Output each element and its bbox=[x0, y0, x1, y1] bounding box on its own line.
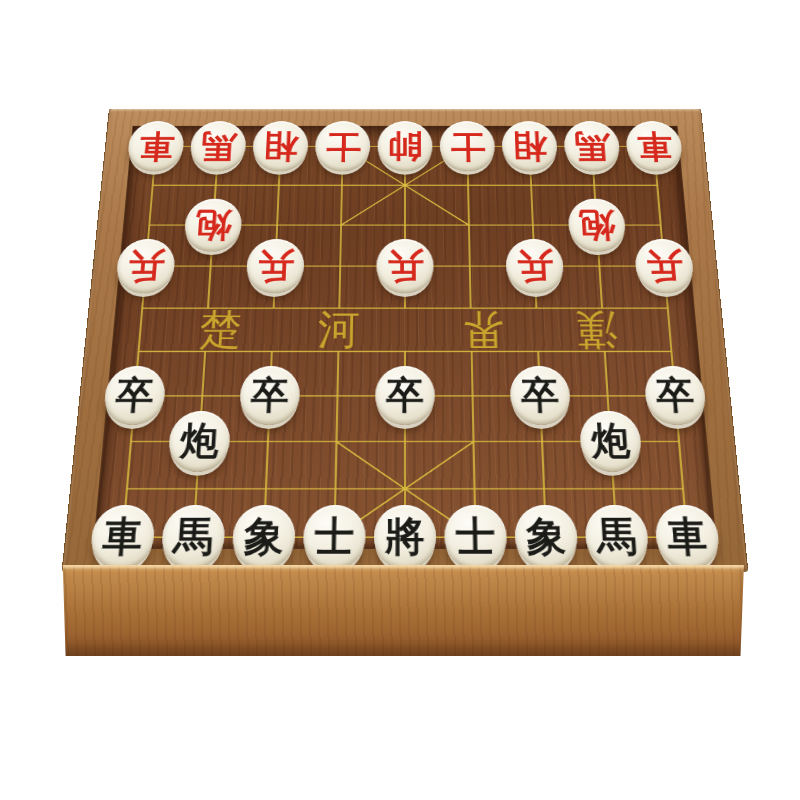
piece-red-soldier[interactable]: 兵 bbox=[634, 239, 696, 293]
piece-red-cannon[interactable]: 炮 bbox=[567, 199, 627, 252]
piece-character: 將 bbox=[385, 516, 425, 557]
piece-character: 卒 bbox=[386, 377, 424, 415]
piece-character: 相 bbox=[262, 130, 298, 162]
piece-character: 兵 bbox=[516, 248, 554, 283]
piece-red-soldier[interactable]: 兵 bbox=[246, 239, 305, 293]
piece-red-advisor[interactable]: 士 bbox=[315, 121, 371, 171]
piece-black-advisor[interactable]: 士 bbox=[302, 505, 365, 569]
piece-character: 象 bbox=[243, 516, 284, 557]
piece-red-chariot[interactable]: 車 bbox=[126, 121, 185, 171]
piece-red-horse[interactable]: 馬 bbox=[563, 121, 621, 171]
piece-red-soldier[interactable]: 兵 bbox=[505, 239, 564, 293]
piece-character: 士 bbox=[325, 130, 361, 162]
piece-red-chariot[interactable]: 車 bbox=[625, 121, 684, 171]
piece-black-advisor[interactable]: 士 bbox=[444, 505, 507, 569]
piece-character: 卒 bbox=[655, 377, 696, 415]
piece-character: 兵 bbox=[126, 248, 165, 283]
piece-character: 卒 bbox=[114, 377, 155, 415]
piece-black-cannon[interactable]: 炮 bbox=[579, 411, 643, 472]
piece-character: 兵 bbox=[256, 248, 294, 283]
piece-red-soldier[interactable]: 兵 bbox=[115, 239, 177, 293]
piece-red-cannon[interactable]: 炮 bbox=[183, 199, 243, 252]
piece-black-elephant[interactable]: 象 bbox=[514, 505, 579, 569]
piece-character: 相 bbox=[511, 130, 547, 162]
piece-red-elephant[interactable]: 相 bbox=[252, 121, 309, 171]
piece-black-elephant[interactable]: 象 bbox=[231, 505, 296, 569]
piece-character: 馬 bbox=[596, 516, 638, 557]
piece-character: 車 bbox=[666, 516, 709, 557]
piece-black-soldier[interactable]: 卒 bbox=[375, 366, 435, 425]
piece-black-horse[interactable]: 馬 bbox=[160, 505, 226, 569]
tray-front-face bbox=[58, 565, 746, 656]
piece-black-soldier[interactable]: 卒 bbox=[643, 366, 707, 425]
piece-character: 士 bbox=[455, 516, 495, 557]
piece-character: 馬 bbox=[172, 516, 214, 557]
piece-character: 車 bbox=[137, 130, 175, 162]
piece-black-general[interactable]: 將 bbox=[374, 505, 437, 569]
piece-black-soldier[interactable]: 卒 bbox=[509, 366, 571, 425]
piece-character: 士 bbox=[450, 130, 486, 162]
piece-character: 炮 bbox=[578, 208, 616, 242]
piece-character: 帥 bbox=[387, 130, 422, 162]
piece-character: 炮 bbox=[194, 208, 232, 242]
piece-character: 兵 bbox=[645, 248, 684, 283]
piece-red-elephant[interactable]: 相 bbox=[501, 121, 558, 171]
piece-character: 炮 bbox=[590, 422, 631, 461]
wooden-tray: 楚河 漢界 車馬相士帥士相馬車炮炮兵兵兵兵兵卒卒卒卒卒炮炮車馬象士將士象馬車 bbox=[62, 109, 749, 572]
piece-character: 士 bbox=[314, 516, 354, 557]
piece-black-horse[interactable]: 馬 bbox=[584, 505, 650, 569]
xiangqi-board-photo: 楚河 漢界 車馬相士帥士相馬車炮炮兵兵兵兵兵卒卒卒卒卒炮炮車馬象士將士象馬車 bbox=[0, 0, 800, 800]
pieces-grid: 車馬相士帥士相馬車炮炮兵兵兵兵兵卒卒卒卒卒炮炮車馬象士將士象馬車 bbox=[85, 127, 725, 562]
piece-character: 炮 bbox=[179, 422, 220, 461]
piece-red-soldier[interactable]: 兵 bbox=[376, 239, 433, 293]
piece-character: 卒 bbox=[250, 377, 289, 415]
piece-red-general[interactable]: 帥 bbox=[377, 121, 432, 171]
piece-black-chariot[interactable]: 車 bbox=[89, 505, 156, 569]
piece-black-soldier[interactable]: 卒 bbox=[239, 366, 301, 425]
piece-character: 馬 bbox=[573, 130, 610, 162]
piece-red-horse[interactable]: 馬 bbox=[189, 121, 247, 171]
piece-character: 卒 bbox=[520, 377, 559, 415]
piece-character: 象 bbox=[526, 516, 567, 557]
piece-character: 兵 bbox=[387, 248, 424, 283]
piece-character: 車 bbox=[101, 516, 144, 557]
piece-black-cannon[interactable]: 炮 bbox=[167, 411, 231, 472]
piece-black-chariot[interactable]: 車 bbox=[654, 505, 721, 569]
piece-black-soldier[interactable]: 卒 bbox=[102, 366, 166, 425]
piece-character: 馬 bbox=[200, 130, 237, 162]
piece-red-advisor[interactable]: 士 bbox=[440, 121, 496, 171]
piece-character: 車 bbox=[635, 130, 673, 162]
